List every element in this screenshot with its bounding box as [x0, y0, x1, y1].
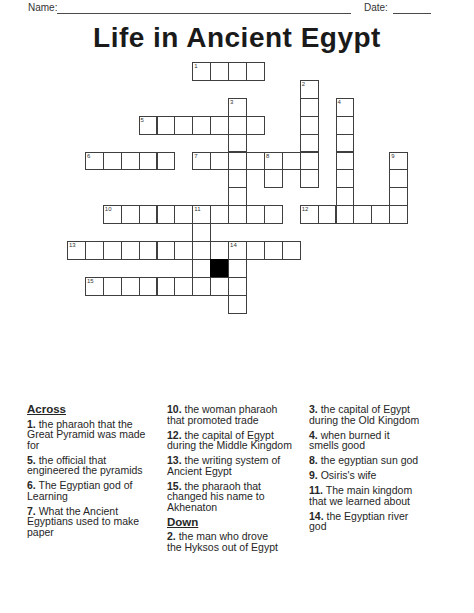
clue: 8. the egyptian sun god — [309, 455, 459, 466]
clue-number: 10. — [167, 403, 182, 415]
grid-cell[interactable] — [210, 277, 229, 296]
grid-cell[interactable] — [246, 241, 265, 260]
grid-cell[interactable] — [174, 277, 193, 296]
grid-cell[interactable] — [336, 187, 355, 206]
grid-cell[interactable] — [228, 259, 247, 278]
grid-cell[interactable]: 1 — [192, 62, 211, 81]
grid-cell[interactable] — [192, 259, 211, 278]
grid-cell[interactable] — [246, 205, 265, 224]
grid-cell[interactable] — [389, 205, 408, 224]
black-cell — [210, 259, 229, 278]
clue: 1. the pharaoh that the Great Pyramid wa… — [27, 419, 167, 451]
grid-cell[interactable] — [210, 152, 229, 171]
grid-cell[interactable] — [174, 241, 193, 260]
grid-cell[interactable] — [300, 116, 319, 135]
grid-cell[interactable] — [157, 205, 176, 224]
grid-cell[interactable] — [336, 134, 355, 153]
crossword-grid: 123456789101112131415 — [67, 62, 409, 314]
clue-number: 5. — [27, 454, 36, 466]
grid-cell[interactable] — [264, 205, 283, 224]
grid-cell[interactable] — [121, 205, 140, 224]
clue-list-header: Down — [167, 517, 308, 528]
cell-clue-number: 6 — [87, 153, 90, 159]
grid-cell[interactable] — [336, 205, 355, 224]
grid-cell[interactable] — [228, 62, 247, 81]
clue-list-header: Across — [27, 404, 167, 415]
grid-cell[interactable] — [210, 241, 229, 260]
grid-cell[interactable] — [228, 169, 247, 188]
grid-cell[interactable]: 2 — [300, 80, 319, 99]
grid-cell[interactable] — [336, 169, 355, 188]
grid-cell[interactable]: 13 — [67, 241, 86, 260]
clue: 10. the woman pharaoh that promoted trad… — [167, 404, 308, 425]
grid-cell[interactable] — [157, 277, 176, 296]
grid-cell[interactable] — [103, 152, 122, 171]
grid-cell[interactable] — [210, 62, 229, 81]
grid-cell[interactable] — [157, 116, 176, 135]
cell-clue-number: 3 — [230, 99, 233, 105]
grid-cell[interactable] — [139, 152, 158, 171]
name-label: Name: — [28, 2, 57, 13]
cell-clue-number: 12 — [302, 206, 309, 212]
clue: 9. Osiris's wife — [309, 470, 459, 481]
date-input-line[interactable] — [393, 13, 431, 14]
clue: 7. What the Ancient Egyptians used to ma… — [27, 506, 167, 538]
grid-cell[interactable] — [139, 241, 158, 260]
clue-number: 3. — [309, 403, 318, 415]
clue: 5. the official that engineered the pyra… — [27, 455, 167, 476]
grid-cell[interactable]: 15 — [85, 277, 104, 296]
grid-cell[interactable] — [121, 277, 140, 296]
grid-cell[interactable] — [318, 205, 337, 224]
grid-cell[interactable] — [246, 62, 265, 81]
grid-cell[interactable] — [246, 116, 265, 135]
grid-cell[interactable] — [192, 223, 211, 242]
clue-number: 13. — [167, 454, 182, 466]
grid-cell[interactable] — [192, 277, 211, 296]
grid-cell[interactable] — [300, 98, 319, 117]
grid-cell[interactable] — [282, 241, 301, 260]
clue-column-left: Across1. the pharaoh that the Great Pyra… — [27, 404, 167, 542]
grid-cell[interactable] — [174, 205, 193, 224]
grid-cell[interactable] — [389, 169, 408, 188]
grid-cell[interactable]: 3 — [228, 98, 247, 117]
grid-cell[interactable] — [389, 187, 408, 206]
grid-cell[interactable] — [210, 116, 229, 135]
clue-column-middle: 10. the woman pharaoh that promoted trad… — [167, 404, 308, 557]
grid-cell[interactable] — [300, 169, 319, 188]
clue-number: 8. — [309, 454, 318, 466]
clue-number: 4. — [309, 429, 318, 441]
cell-clue-number: 5 — [141, 117, 144, 123]
clue: 11. The main kingdom that we learned abo… — [309, 485, 459, 506]
grid-cell[interactable]: 5 — [139, 116, 158, 135]
clue-number: 11. — [309, 484, 323, 496]
clue: 6. The Egyptian god of Learning — [27, 480, 167, 501]
grid-cell[interactable] — [228, 152, 247, 171]
clue: 13. the writing system of Ancient Egypt — [167, 455, 308, 476]
worksheet-page: Name: Date: Life in Ancient Egypt 123456… — [0, 0, 474, 613]
cell-clue-number: 2 — [302, 81, 305, 87]
grid-cell[interactable] — [192, 116, 211, 135]
clue-number: 12. — [167, 429, 182, 441]
grid-cell[interactable] — [228, 187, 247, 206]
grid-cell[interactable]: 12 — [300, 205, 319, 224]
clue: 2. the man who drove the Hyksos out of E… — [167, 531, 308, 552]
cell-clue-number: 13 — [69, 242, 76, 248]
cell-clue-number: 10 — [105, 206, 112, 212]
cell-clue-number: 8 — [266, 153, 269, 159]
grid-cell[interactable] — [157, 241, 176, 260]
grid-cell[interactable]: 10 — [103, 205, 122, 224]
clue: 3. the capital of Egypt during the Old K… — [309, 404, 459, 425]
cell-clue-number: 15 — [87, 278, 94, 284]
cell-clue-number: 14 — [230, 242, 237, 248]
clue-number: 1. — [27, 418, 36, 430]
clue-number: 9. — [309, 469, 318, 481]
grid-cell[interactable] — [103, 241, 122, 260]
grid-cell[interactable]: 7 — [192, 152, 211, 171]
grid-cell[interactable]: 4 — [336, 98, 355, 117]
grid-cell[interactable]: 14 — [228, 241, 247, 260]
grid-cell[interactable] — [103, 277, 122, 296]
name-input-line[interactable] — [57, 13, 351, 14]
page-title: Life in Ancient Egypt — [0, 22, 474, 54]
grid-cell[interactable] — [228, 295, 247, 314]
grid-cell[interactable] — [192, 241, 211, 260]
clue-number: 6. — [27, 479, 36, 491]
grid-cell[interactable] — [264, 241, 283, 260]
grid-cell[interactable] — [174, 116, 193, 135]
grid-cell[interactable] — [336, 152, 355, 171]
clue-number: 14. — [309, 510, 324, 522]
grid-cell[interactable] — [139, 205, 158, 224]
grid-cell[interactable]: 9 — [389, 152, 408, 171]
clue-number: 2. — [167, 530, 176, 542]
clue: 15. the pharaoh that changed his name to… — [167, 481, 308, 513]
cell-clue-number: 4 — [338, 99, 341, 105]
grid-cell[interactable] — [264, 169, 283, 188]
grid-cell[interactable] — [300, 134, 319, 153]
grid-cell[interactable] — [121, 241, 140, 260]
grid-cell[interactable] — [121, 152, 140, 171]
clue-number: 7. — [27, 505, 36, 517]
clue: 12. the capital of Egypt during the Midd… — [167, 430, 308, 451]
cell-clue-number: 11 — [194, 206, 200, 212]
date-label: Date: — [364, 2, 388, 13]
grid-cell[interactable] — [157, 152, 176, 171]
grid-cell[interactable] — [336, 116, 355, 135]
clue-column-right: 3. the capital of Egypt during the Old K… — [309, 404, 459, 536]
grid-cell[interactable]: 8 — [264, 152, 283, 171]
grid-cell[interactable]: 6 — [85, 152, 104, 171]
grid-cell[interactable] — [85, 241, 104, 260]
grid-cell[interactable]: 11 — [192, 205, 211, 224]
clue: 4. when burned it smells good — [309, 430, 459, 451]
grid-cell[interactable] — [139, 277, 158, 296]
grid-cell[interactable] — [371, 205, 390, 224]
grid-cell[interactable] — [228, 205, 247, 224]
grid-cell[interactable] — [246, 152, 265, 171]
grid-cell[interactable] — [228, 134, 247, 153]
clue: 14. the Egyptian river god — [309, 511, 459, 532]
cell-clue-number: 9 — [391, 153, 394, 159]
clue-number: 15. — [167, 480, 182, 492]
grid-cell[interactable] — [300, 152, 319, 171]
grid-cell[interactable] — [353, 205, 372, 224]
cell-clue-number: 7 — [194, 153, 197, 159]
grid-cell[interactable] — [282, 152, 301, 171]
grid-cell[interactable] — [228, 116, 247, 135]
grid-cell[interactable] — [210, 205, 229, 224]
cell-clue-number: 1 — [194, 63, 197, 69]
grid-cell[interactable] — [228, 277, 247, 296]
